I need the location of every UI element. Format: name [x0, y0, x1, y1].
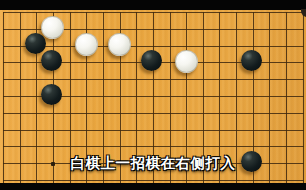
white-stone [175, 50, 198, 73]
grid-line-horizontal [3, 12, 304, 13]
subtitle: 白棋上一招棋在右侧打入 [0, 154, 306, 173]
grid-line-horizontal [3, 146, 304, 147]
video-frame[interactable]: 白棋上一招棋在右侧打入 [0, 0, 306, 190]
grid-line-horizontal [3, 130, 304, 131]
black-stone [25, 33, 46, 54]
black-stone [41, 84, 62, 105]
letterbox-bottom [0, 183, 306, 190]
black-stone [141, 50, 162, 71]
white-stone [41, 16, 64, 39]
grid-line-horizontal [3, 79, 304, 80]
black-stone [41, 50, 62, 71]
white-stone [108, 33, 131, 56]
grid-line-horizontal [3, 113, 304, 114]
grid-line-horizontal [3, 46, 304, 47]
grid-line-horizontal [3, 180, 304, 181]
black-stone [241, 50, 262, 71]
letterbox-top [0, 0, 306, 10]
white-stone [75, 33, 98, 56]
